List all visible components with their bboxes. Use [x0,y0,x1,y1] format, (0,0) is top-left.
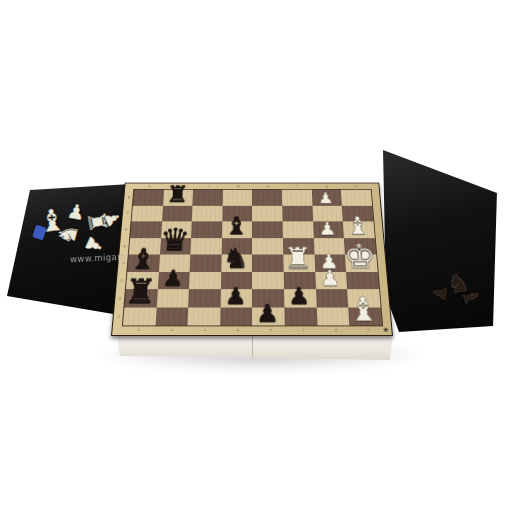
coord-label: h [355,185,358,188]
square-c2[interactable] [188,289,220,307]
square-e4[interactable] [252,255,283,272]
square-c8[interactable] [193,190,223,206]
coord-label: b [171,328,174,332]
square-b2[interactable] [156,289,189,307]
square-e3[interactable] [252,272,284,290]
coord-label: 4 [122,262,125,266]
coord-label: e [270,328,273,332]
piece-white-pawn[interactable]: ♟ [319,268,341,290]
square-a8[interactable] [133,190,164,206]
piece-white-rook[interactable]: ♜ [283,243,313,273]
coord-label: a [138,328,141,332]
board-border: abcdefgh abcdefgh 87654321 ♜♟♝♟♝♛♝♞♜♟♚♟♟… [111,183,393,336]
piece-black-bishop[interactable]: ♝ [128,244,157,272]
coord-label: e [267,185,269,188]
square-e5[interactable] [252,238,283,255]
right-drawer[interactable] [378,146,500,334]
square-a6[interactable] [130,221,162,237]
square-c5[interactable] [191,238,222,255]
brand-logo: ◉ [383,326,389,332]
coord-label: 5 [123,245,126,248]
square-b1[interactable] [155,307,188,325]
piece-black-pawn[interactable]: ♟ [256,301,279,325]
square-c3[interactable] [189,272,221,290]
piece-black-queen[interactable]: ♛ [159,225,191,256]
square-c4[interactable] [190,255,222,272]
square-e6[interactable] [252,221,283,237]
chess-board[interactable]: abcdefgh abcdefgh 87654321 ♜♟♝♟♝♛♝♞♜♟♚♟♟… [111,183,393,336]
square-c1[interactable] [188,307,221,325]
coord-label: 7 [126,212,129,215]
coord-label: 8 [128,196,131,199]
tray-piece-black-pawn[interactable]: ♟ [430,283,451,302]
coord-label: 3 [120,279,123,283]
coord-label: d [237,328,240,332]
coord-label: f [303,328,305,332]
square-d1[interactable] [220,307,252,325]
piece-white-bishop[interactable]: ♝ [345,214,371,238]
square-g2[interactable] [316,289,349,307]
square-h8[interactable] [341,190,372,206]
square-g1[interactable] [316,307,349,325]
square-e8[interactable] [252,190,282,206]
coord-label: g [334,328,337,332]
piece-white-pawn[interactable]: ♟ [318,190,334,205]
coord-label: c [204,328,206,332]
coord-label: f [297,185,298,188]
piece-black-pawn[interactable]: ♟ [224,284,246,307]
piece-white-bishop[interactable]: ♝ [347,293,381,327]
piece-black-pawn[interactable]: ♟ [162,268,184,290]
coord-label: 1 [117,315,120,319]
square-f8[interactable] [282,190,312,206]
coord-label: a [148,185,150,188]
piece-black-pawn[interactable]: ♟ [288,284,311,307]
square-f7[interactable] [282,205,313,221]
coord-label: 6 [125,228,128,231]
chess-set-photo: ♝♟♞♜♟♟♞♟♝ abcdefgh abcdefgh 87654321 ♜♟♝… [0,0,510,510]
file-labels-bottom: abcdefgh [122,327,386,333]
piece-black-rook[interactable]: ♜ [165,183,189,205]
piece-white-pawn[interactable]: ♟ [318,220,336,238]
piece-black-knight[interactable]: ♞ [222,245,249,272]
piece-black-rook[interactable]: ♜ [123,274,158,308]
square-f6[interactable] [283,221,314,237]
coord-label: 2 [119,297,122,301]
coord-label: d [237,185,239,188]
square-e7[interactable] [252,205,282,221]
square-f1[interactable] [284,307,317,325]
piece-black-bishop[interactable]: ♝ [224,214,248,238]
square-d8[interactable] [222,190,252,206]
coord-label: c [208,185,210,188]
piece-white-king[interactable]: ♚ [343,239,378,272]
square-c7[interactable] [192,205,223,221]
square-a7[interactable] [132,205,163,221]
coord-label: h [368,328,371,332]
square-c6[interactable] [191,221,222,237]
square-b7[interactable] [162,205,193,221]
